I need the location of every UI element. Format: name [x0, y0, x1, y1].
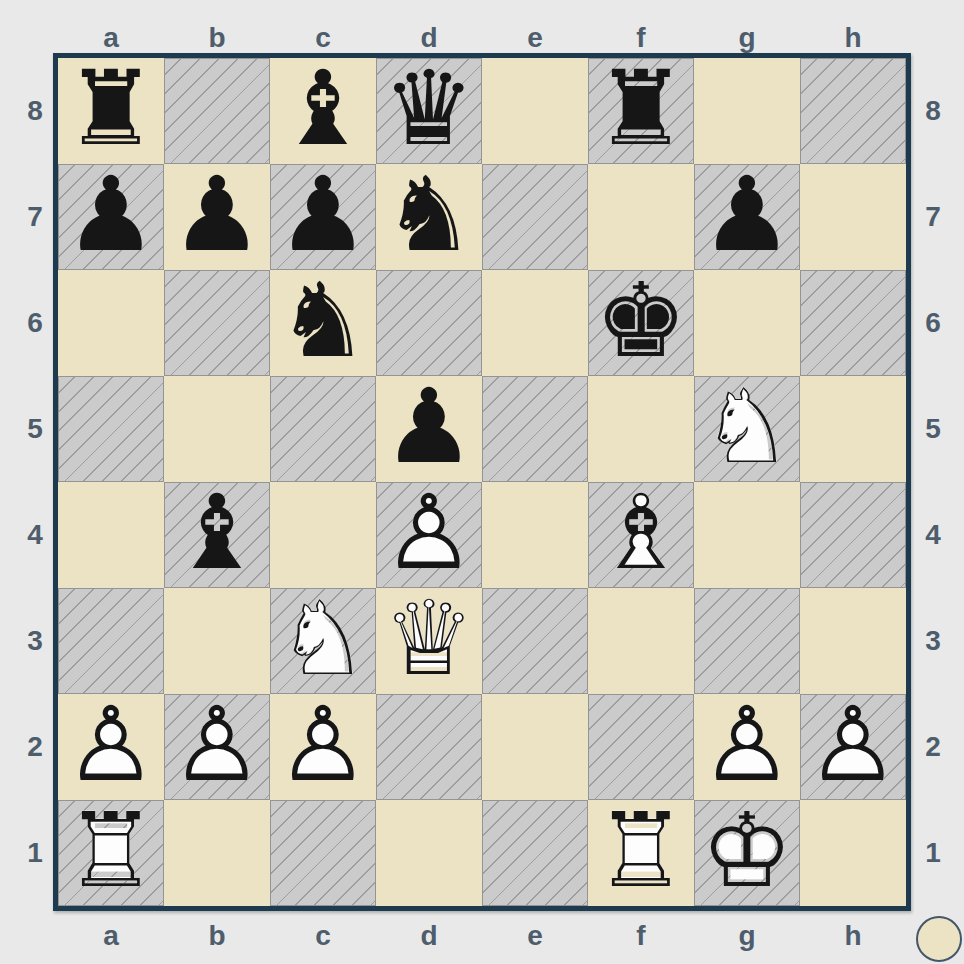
file-label-g: g: [694, 22, 800, 54]
square-b3[interactable]: [164, 588, 270, 694]
square-g5[interactable]: ♞♘: [694, 376, 800, 482]
piece-white-pawn[interactable]: ♟♙: [164, 694, 270, 800]
rank-label-3: 3: [916, 588, 950, 694]
piece-white-rook[interactable]: ♜♖: [588, 800, 694, 906]
rank-label-1: 1: [916, 800, 950, 906]
rank-label-2: 2: [18, 694, 52, 800]
square-d6[interactable]: [376, 270, 482, 376]
square-f5[interactable]: [588, 376, 694, 482]
square-b8[interactable]: [164, 58, 270, 164]
piece-white-pawn[interactable]: ♟♙: [270, 694, 376, 800]
square-e1[interactable]: [482, 800, 588, 906]
square-d1[interactable]: [376, 800, 482, 906]
piece-white-pawn[interactable]: ♟♙: [800, 694, 906, 800]
square-d4[interactable]: ♟♙: [376, 482, 482, 588]
square-b5[interactable]: [164, 376, 270, 482]
black-pawn-icon: ♟: [164, 164, 270, 270]
square-f7[interactable]: [588, 164, 694, 270]
file-label-b: b: [164, 920, 270, 952]
square-c8[interactable]: ♝: [270, 58, 376, 164]
square-b4[interactable]: ♝: [164, 482, 270, 588]
file-label-e: e: [482, 22, 588, 54]
square-b7[interactable]: ♟: [164, 164, 270, 270]
black-bishop-icon: ♝: [270, 58, 376, 164]
square-d8[interactable]: ♛: [376, 58, 482, 164]
rank-label-6: 6: [916, 270, 950, 376]
rank-label-4: 4: [18, 482, 52, 588]
square-h8[interactable]: [800, 58, 906, 164]
piece-black-pawn[interactable]: ♟: [164, 164, 270, 270]
rank-label-8: 8: [18, 58, 52, 164]
square-h6[interactable]: [800, 270, 906, 376]
black-pawn-icon: ♟: [694, 164, 800, 270]
square-a6[interactable]: [58, 270, 164, 376]
square-e7[interactable]: [482, 164, 588, 270]
black-queen-icon: ♛: [376, 58, 482, 164]
rank-label-3: 3: [18, 588, 52, 694]
piece-black-rook[interactable]: ♜: [588, 58, 694, 164]
piece-white-knight[interactable]: ♞♘: [270, 588, 376, 694]
rank-label-4: 4: [916, 482, 950, 588]
square-f8[interactable]: ♜: [588, 58, 694, 164]
white-pawn-outline-icon: ♙: [376, 482, 482, 588]
rank-label-5: 5: [18, 376, 52, 482]
file-label-a: a: [58, 920, 164, 952]
white-pawn-outline-icon: ♙: [58, 694, 164, 800]
file-labels-top: abcdefgh: [58, 22, 906, 52]
file-label-f: f: [588, 920, 694, 952]
square-e3[interactable]: [482, 588, 588, 694]
black-king-icon: ♚: [588, 270, 694, 376]
square-c1[interactable]: [270, 800, 376, 906]
piece-black-pawn[interactable]: ♟: [376, 376, 482, 482]
square-e4[interactable]: [482, 482, 588, 588]
piece-white-pawn[interactable]: ♟♙: [694, 694, 800, 800]
piece-black-bishop[interactable]: ♝: [270, 58, 376, 164]
piece-black-pawn[interactable]: ♟: [270, 164, 376, 270]
rank-labels-right: 87654321: [916, 58, 950, 906]
file-label-c: c: [270, 920, 376, 952]
white-bishop-outline-icon: ♗: [588, 482, 694, 588]
white-pawn-outline-icon: ♙: [270, 694, 376, 800]
square-e5[interactable]: [482, 376, 588, 482]
black-pawn-icon: ♟: [376, 376, 482, 482]
square-f6[interactable]: ♚: [588, 270, 694, 376]
black-knight-icon: ♞: [270, 270, 376, 376]
square-d3[interactable]: ♛♕: [376, 588, 482, 694]
rank-labels-left: 87654321: [18, 58, 52, 906]
square-a4[interactable]: [58, 482, 164, 588]
square-a8[interactable]: ♜: [58, 58, 164, 164]
square-c2[interactable]: ♟♙: [270, 694, 376, 800]
square-c5[interactable]: [270, 376, 376, 482]
square-g3[interactable]: [694, 588, 800, 694]
square-f3[interactable]: [588, 588, 694, 694]
square-a7[interactable]: ♟: [58, 164, 164, 270]
piece-white-bishop[interactable]: ♝♗: [588, 482, 694, 588]
square-h2[interactable]: ♟♙: [800, 694, 906, 800]
black-bishop-icon: ♝: [164, 482, 270, 588]
square-c7[interactable]: ♟: [270, 164, 376, 270]
square-g2[interactable]: ♟♙: [694, 694, 800, 800]
file-label-h: h: [800, 22, 906, 54]
square-h5[interactable]: [800, 376, 906, 482]
file-label-d: d: [376, 920, 482, 952]
piece-white-knight[interactable]: ♞♘: [694, 376, 800, 482]
square-e6[interactable]: [482, 270, 588, 376]
rank-label-5: 5: [916, 376, 950, 482]
square-a2[interactable]: ♟♙: [58, 694, 164, 800]
square-d2[interactable]: [376, 694, 482, 800]
rank-label-2: 2: [916, 694, 950, 800]
file-label-b: b: [164, 22, 270, 54]
white-pawn-outline-icon: ♙: [164, 694, 270, 800]
piece-black-pawn[interactable]: ♟: [58, 164, 164, 270]
square-h4[interactable]: [800, 482, 906, 588]
square-f1[interactable]: ♜♖: [588, 800, 694, 906]
square-g1[interactable]: ♚♔: [694, 800, 800, 906]
file-labels-bottom: abcdefgh: [58, 920, 906, 950]
square-h3[interactable]: [800, 588, 906, 694]
piece-black-pawn[interactable]: ♟: [694, 164, 800, 270]
square-c3[interactable]: ♞♘: [270, 588, 376, 694]
square-d7[interactable]: ♞: [376, 164, 482, 270]
piece-black-rook[interactable]: ♜: [58, 58, 164, 164]
square-f4[interactable]: ♝♗: [588, 482, 694, 588]
piece-white-pawn[interactable]: ♟♙: [58, 694, 164, 800]
white-rook-outline-icon: ♖: [58, 800, 164, 906]
white-king-outline-icon: ♔: [694, 800, 800, 906]
square-g8[interactable]: [694, 58, 800, 164]
piece-black-bishop[interactable]: ♝: [164, 482, 270, 588]
square-d5[interactable]: ♟: [376, 376, 482, 482]
white-pawn-outline-icon: ♙: [800, 694, 906, 800]
piece-white-queen[interactable]: ♛♕: [376, 588, 482, 694]
chess-board: ♜♝♛♜♟♟♟♞♟♞♚♟♞♘♝♟♙♝♗♞♘♛♕♟♙♟♙♟♙♟♙♟♙♜♖♜♖♚♔: [53, 53, 911, 911]
piece-black-king[interactable]: ♚: [588, 270, 694, 376]
square-g4[interactable]: [694, 482, 800, 588]
rank-label-8: 8: [916, 58, 950, 164]
rank-label-7: 7: [916, 164, 950, 270]
square-e8[interactable]: [482, 58, 588, 164]
white-knight-outline-icon: ♘: [694, 376, 800, 482]
square-h1[interactable]: [800, 800, 906, 906]
white-pawn-outline-icon: ♙: [694, 694, 800, 800]
square-c6[interactable]: ♞: [270, 270, 376, 376]
square-f2[interactable]: [588, 694, 694, 800]
square-h7[interactable]: [800, 164, 906, 270]
rank-label-1: 1: [18, 800, 52, 906]
side-to-move-indicator-white: [916, 916, 962, 962]
file-label-h: h: [800, 920, 906, 952]
black-rook-icon: ♜: [588, 58, 694, 164]
black-pawn-icon: ♟: [270, 164, 376, 270]
black-rook-icon: ♜: [58, 58, 164, 164]
rank-label-6: 6: [18, 270, 52, 376]
board-grid: ♜♝♛♜♟♟♟♞♟♞♚♟♞♘♝♟♙♝♗♞♘♛♕♟♙♟♙♟♙♟♙♟♙♜♖♜♖♚♔: [58, 58, 906, 906]
piece-white-pawn[interactable]: ♟♙: [376, 482, 482, 588]
square-g6[interactable]: [694, 270, 800, 376]
white-rook-outline-icon: ♖: [588, 800, 694, 906]
square-a3[interactable]: [58, 588, 164, 694]
square-e2[interactable]: [482, 694, 588, 800]
black-pawn-icon: ♟: [58, 164, 164, 270]
square-b1[interactable]: [164, 800, 270, 906]
piece-black-queen[interactable]: ♛: [376, 58, 482, 164]
square-b6[interactable]: [164, 270, 270, 376]
square-a1[interactable]: ♜♖: [58, 800, 164, 906]
piece-black-knight[interactable]: ♞: [376, 164, 482, 270]
white-knight-outline-icon: ♘: [270, 588, 376, 694]
piece-white-rook[interactable]: ♜♖: [58, 800, 164, 906]
white-queen-outline-icon: ♕: [376, 588, 482, 694]
file-label-e: e: [482, 920, 588, 952]
square-a5[interactable]: [58, 376, 164, 482]
piece-black-knight[interactable]: ♞: [270, 270, 376, 376]
black-knight-icon: ♞: [376, 164, 482, 270]
square-b2[interactable]: ♟♙: [164, 694, 270, 800]
piece-white-king[interactable]: ♚♔: [694, 800, 800, 906]
square-g7[interactable]: ♟: [694, 164, 800, 270]
file-label-g: g: [694, 920, 800, 952]
square-c4[interactable]: [270, 482, 376, 588]
rank-label-7: 7: [18, 164, 52, 270]
